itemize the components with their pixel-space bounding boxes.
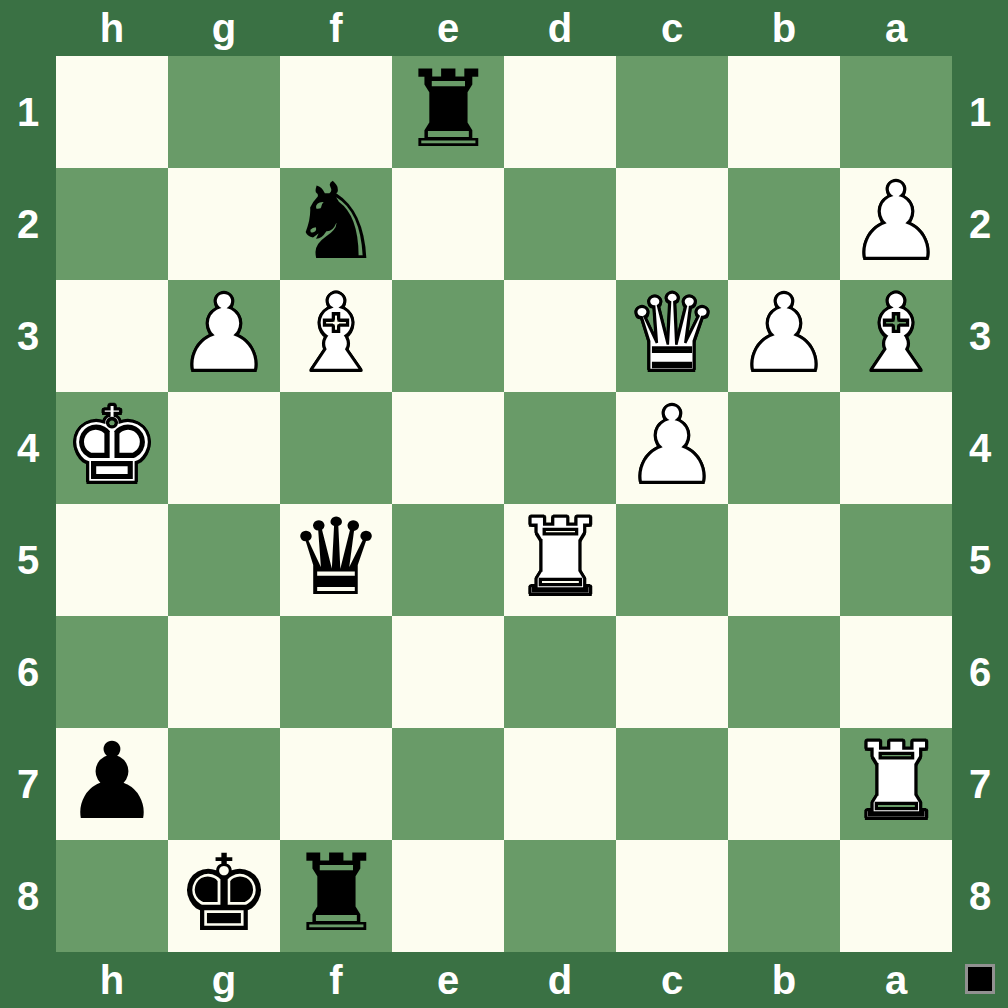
square-a7[interactable]: ♜ [840,728,952,840]
square-d8[interactable] [504,840,616,952]
rank-label-right-8: 8 [952,840,1008,952]
square-c8[interactable] [616,840,728,952]
square-h1[interactable] [56,56,168,168]
square-d2[interactable] [504,168,616,280]
square-f7[interactable] [280,728,392,840]
square-e6[interactable] [392,616,504,728]
square-c2[interactable] [616,168,728,280]
white-pawn-g3[interactable]: ♟ [176,281,271,387]
square-d3[interactable] [504,280,616,392]
square-h3[interactable] [56,280,168,392]
square-a1[interactable] [840,56,952,168]
square-a4[interactable] [840,392,952,504]
black-rook-f8[interactable]: ♜ [288,841,383,947]
square-e8[interactable] [392,840,504,952]
black-queen-f5[interactable]: ♛ [288,505,383,611]
board: ♜♞♟♟♝♛♟♝♚♟♛♜♟♜♚♜ [56,56,952,952]
square-e7[interactable] [392,728,504,840]
square-c4[interactable]: ♟ [616,392,728,504]
square-c6[interactable] [616,616,728,728]
rank-label-left-6: 6 [0,616,56,728]
square-h5[interactable] [56,504,168,616]
square-g4[interactable] [168,392,280,504]
square-b7[interactable] [728,728,840,840]
rank-label-left-4: 4 [0,392,56,504]
file-label-top-b: b [728,0,840,56]
rank-label-left-8: 8 [0,840,56,952]
square-f6[interactable] [280,616,392,728]
square-b1[interactable] [728,56,840,168]
square-g8[interactable]: ♚ [168,840,280,952]
square-b3[interactable]: ♟ [728,280,840,392]
square-a3[interactable]: ♝ [840,280,952,392]
rank-label-right-4: 4 [952,392,1008,504]
square-c7[interactable] [616,728,728,840]
ranks-left: 12345678 [0,56,56,952]
rank-label-right-7: 7 [952,728,1008,840]
square-h2[interactable] [56,168,168,280]
black-rook-e1[interactable]: ♜ [400,57,495,163]
white-queen-c3[interactable]: ♛ [624,281,719,387]
file-label-bottom-d: d [504,952,616,1008]
square-g5[interactable] [168,504,280,616]
square-g3[interactable]: ♟ [168,280,280,392]
file-label-top-g: g [168,0,280,56]
file-label-top-c: c [616,0,728,56]
file-label-bottom-c: c [616,952,728,1008]
square-f1[interactable] [280,56,392,168]
white-rook-a7[interactable]: ♜ [848,729,943,835]
square-b2[interactable] [728,168,840,280]
black-king-g8[interactable]: ♚ [176,841,271,947]
rank-label-right-5: 5 [952,504,1008,616]
square-c5[interactable] [616,504,728,616]
square-e3[interactable] [392,280,504,392]
file-label-bottom-a: a [840,952,952,1008]
ranks-right: 12345678 [952,56,1008,952]
square-f4[interactable] [280,392,392,504]
square-h4[interactable]: ♚ [56,392,168,504]
side-to-move-indicator [965,964,995,994]
file-label-bottom-f: f [280,952,392,1008]
square-g1[interactable] [168,56,280,168]
square-f3[interactable]: ♝ [280,280,392,392]
square-f8[interactable]: ♜ [280,840,392,952]
square-g6[interactable] [168,616,280,728]
file-label-bottom-b: b [728,952,840,1008]
rank-label-right-2: 2 [952,168,1008,280]
square-f5[interactable]: ♛ [280,504,392,616]
square-h6[interactable] [56,616,168,728]
rank-label-left-1: 1 [0,56,56,168]
rank-label-right-3: 3 [952,280,1008,392]
white-pawn-b3[interactable]: ♟ [736,281,831,387]
square-h7[interactable]: ♟ [56,728,168,840]
file-label-top-h: h [56,0,168,56]
rank-label-left-3: 3 [0,280,56,392]
files-bottom: hgfedcba [56,952,952,1008]
square-a2[interactable]: ♟ [840,168,952,280]
rank-label-right-6: 6 [952,616,1008,728]
white-bishop-a3[interactable]: ♝ [848,281,943,387]
square-e4[interactable] [392,392,504,504]
file-label-top-f: f [280,0,392,56]
square-a8[interactable] [840,840,952,952]
black-knight-f2[interactable]: ♞ [288,169,383,275]
square-d4[interactable] [504,392,616,504]
file-label-bottom-g: g [168,952,280,1008]
square-f2[interactable]: ♞ [280,168,392,280]
white-pawn-c4[interactable]: ♟ [624,393,719,499]
rank-label-left-7: 7 [0,728,56,840]
square-e5[interactable] [392,504,504,616]
square-b5[interactable] [728,504,840,616]
files-top: hgfedcba [56,0,952,56]
rank-label-left-5: 5 [0,504,56,616]
square-c1[interactable] [616,56,728,168]
square-g2[interactable] [168,168,280,280]
square-d7[interactable] [504,728,616,840]
white-rook-d5[interactable]: ♜ [512,505,607,611]
file-label-top-d: d [504,0,616,56]
rank-label-left-2: 2 [0,168,56,280]
white-king-h4[interactable]: ♚ [64,393,159,499]
square-a6[interactable] [840,616,952,728]
square-d6[interactable] [504,616,616,728]
file-label-bottom-e: e [392,952,504,1008]
rank-label-right-1: 1 [952,56,1008,168]
square-e2[interactable] [392,168,504,280]
black-pawn-h7[interactable]: ♟ [64,729,159,835]
white-bishop-f3[interactable]: ♝ [288,281,383,387]
square-b6[interactable] [728,616,840,728]
chess-board-frame: hgfedcba hgfedcba 12345678 12345678 ♜♞♟♟… [0,0,1008,1008]
white-pawn-a2[interactable]: ♟ [848,169,943,275]
square-e1[interactable]: ♜ [392,56,504,168]
square-d5[interactable]: ♜ [504,504,616,616]
square-d1[interactable] [504,56,616,168]
square-b4[interactable] [728,392,840,504]
square-c3[interactable]: ♛ [616,280,728,392]
file-label-top-a: a [840,0,952,56]
square-b8[interactable] [728,840,840,952]
square-a5[interactable] [840,504,952,616]
square-h8[interactable] [56,840,168,952]
file-label-bottom-h: h [56,952,168,1008]
square-g7[interactable] [168,728,280,840]
